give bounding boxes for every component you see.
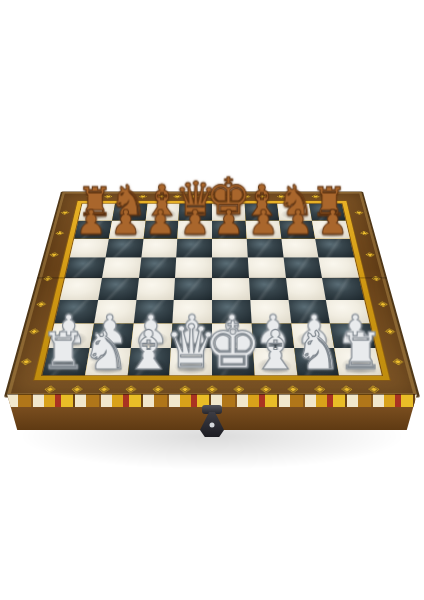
square-b4[interactable]: [98, 278, 139, 300]
square-e6[interactable]: [212, 238, 248, 257]
square-e1[interactable]: ♚: [212, 348, 254, 375]
diamond-inlay-icon: ◈: [152, 384, 164, 394]
diamond-inlay-icon: ◈: [377, 300, 389, 307]
diamond-inlay-icon: ◈: [371, 275, 382, 282]
diamond-inlay-icon: ◈: [36, 300, 48, 307]
silver-knight[interactable]: ♞: [280, 327, 356, 375]
diamond-inlay-icon: ◈: [260, 384, 272, 394]
silver-knight[interactable]: ♞: [68, 327, 144, 375]
square-b5[interactable]: [102, 258, 141, 278]
square-g6[interactable]: [281, 238, 319, 257]
square-f6[interactable]: [246, 238, 283, 257]
chess-board: ◈◈◈◈◈◈◈◈◈◈◈◈◈◈◈ ◈◈◈◈◈◈◈◈◈◈◈◈◈ ◈◈◈◈◈◈◈ ◈◈…: [4, 191, 420, 397]
square-e4[interactable]: [212, 278, 250, 300]
square-d6[interactable]: [176, 238, 212, 257]
square-g5[interactable]: [283, 258, 322, 278]
diamond-inlay-icon: ◈: [207, 384, 218, 394]
diamond-inlay-icon: ◈: [367, 384, 380, 394]
chess-set-photo: ◈◈◈◈◈◈◈◈◈◈◈◈◈◈◈ ◈◈◈◈◈◈◈◈◈◈◈◈◈ ◈◈◈◈◈◈◈ ◈◈…: [0, 0, 424, 600]
square-h6[interactable]: [315, 238, 354, 257]
diamond-inlay-icon: ◈: [71, 384, 84, 394]
square-c4[interactable]: [136, 278, 175, 300]
square-f5[interactable]: [248, 258, 286, 278]
square-c6[interactable]: [141, 238, 178, 257]
perspective-scene: ◈◈◈◈◈◈◈◈◈◈◈◈◈◈◈ ◈◈◈◈◈◈◈◈◈◈◈◈◈ ◈◈◈◈◈◈◈ ◈◈…: [0, 0, 424, 600]
square-g4[interactable]: [286, 278, 327, 300]
silver-king[interactable]: ♚: [195, 316, 271, 374]
square-a4[interactable]: [60, 278, 102, 300]
square-c5[interactable]: [139, 258, 177, 278]
square-b6[interactable]: [105, 238, 143, 257]
diamond-inlay-icon: ◈: [125, 384, 137, 394]
diamond-inlay-icon: ◈: [98, 384, 110, 394]
squares-grid: ♜♞♝♛♚♝♞♜♟♟♟♟♟♟♟♟♟♟♟♟♟♟♟♟♜♞♝♛♚♝♞♜: [42, 204, 381, 376]
square-h4[interactable]: [322, 278, 364, 300]
square-e5[interactable]: [212, 258, 249, 278]
square-g1[interactable]: ♞: [294, 348, 340, 375]
border-inlay-bottom: ◈◈◈◈◈◈◈◈◈◈◈◈◈: [35, 382, 389, 396]
diamond-inlay-icon: ◈: [49, 251, 60, 257]
diamond-inlay-icon: ◈: [365, 251, 376, 257]
copper-pawn[interactable]: ♟: [301, 208, 363, 238]
diamond-inlay-icon: ◈: [233, 384, 244, 394]
diamond-inlay-icon: ◈: [287, 384, 299, 394]
diamond-inlay-icon: ◈: [179, 384, 190, 394]
diamond-inlay-icon: ◈: [314, 384, 326, 394]
square-f4[interactable]: [249, 278, 288, 300]
square-d5[interactable]: [175, 258, 212, 278]
square-d4[interactable]: [174, 278, 212, 300]
box-latch-icon: [200, 405, 224, 437]
square-h5[interactable]: [319, 258, 359, 278]
square-a5[interactable]: [65, 258, 105, 278]
square-b1[interactable]: ♞: [85, 348, 131, 375]
diamond-inlay-icon: ◈: [44, 384, 57, 394]
square-a6[interactable]: [70, 238, 109, 257]
diamond-inlay-icon: ◈: [340, 384, 353, 394]
square-h7[interactable]: ♟: [312, 221, 350, 239]
latch-keyhole: [210, 423, 215, 428]
diamond-inlay-icon: ◈: [42, 275, 53, 282]
